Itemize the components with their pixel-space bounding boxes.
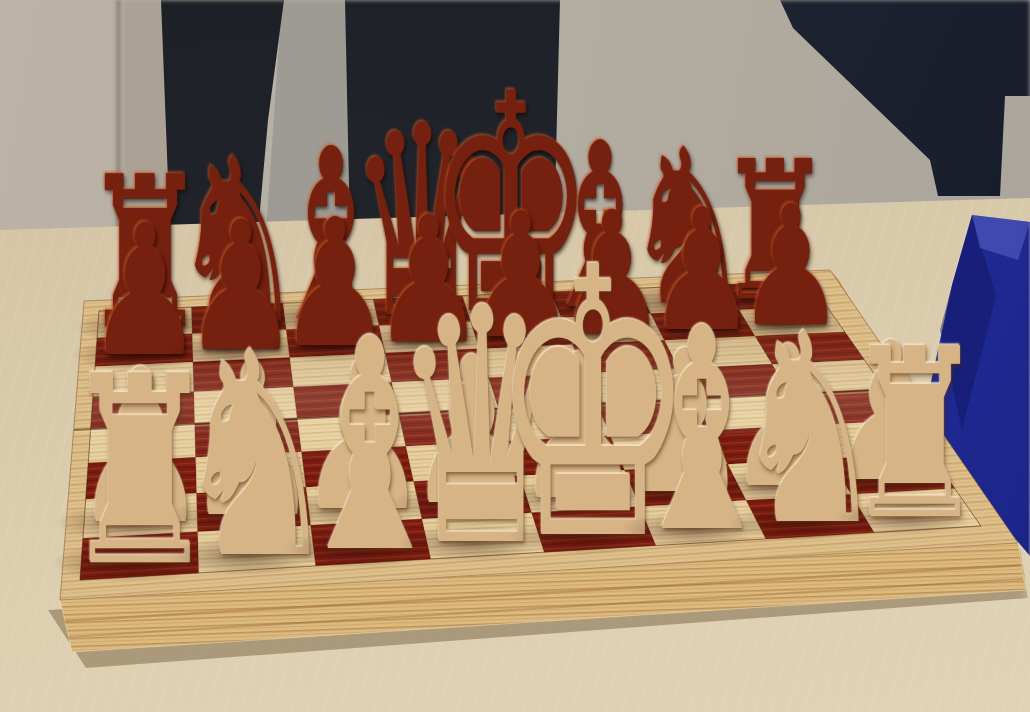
pieces-layer: ♜♞♝♛♚♝♞♜♟♟♟♟♟♟♟♟♟♟♟♟♟♟♟♟♜♞♝♛♚♝♞♜ [0, 0, 1030, 712]
photo-scene: ♜♞♝♛♚♝♞♜♟♟♟♟♟♟♟♟♟♟♟♟♟♟♟♟♜♞♝♛♚♝♞♜ [0, 0, 1030, 712]
piece-white-rook-h1[interactable]: ♜ [844, 318, 987, 552]
